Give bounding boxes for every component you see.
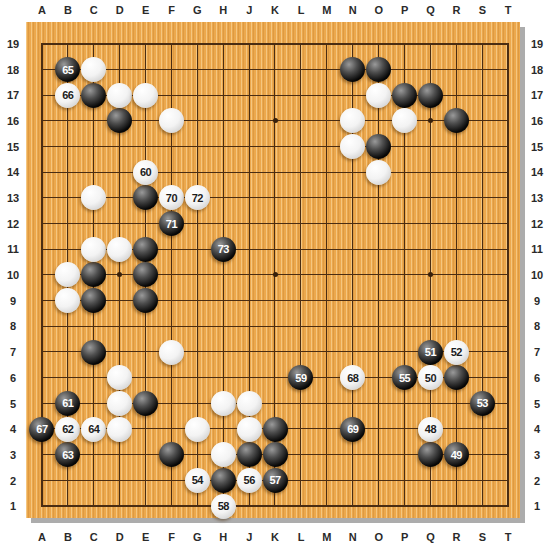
intersection-R11[interactable] xyxy=(443,236,469,262)
intersection-T12[interactable] xyxy=(495,211,521,237)
intersection-T4[interactable] xyxy=(495,416,521,442)
intersection-J19[interactable] xyxy=(236,31,262,57)
intersection-P3[interactable] xyxy=(391,442,417,468)
intersection-H10[interactable] xyxy=(210,262,236,288)
intersection-F8[interactable] xyxy=(158,313,184,339)
intersection-L9[interactable] xyxy=(288,288,314,314)
intersection-O4[interactable] xyxy=(366,416,392,442)
intersection-B16[interactable] xyxy=(55,108,81,134)
intersection-D7[interactable] xyxy=(107,339,133,365)
intersection-G10[interactable] xyxy=(184,262,210,288)
intersection-G12[interactable] xyxy=(184,211,210,237)
intersection-A7[interactable] xyxy=(29,339,55,365)
intersection-A18[interactable] xyxy=(29,57,55,83)
intersection-S14[interactable] xyxy=(469,159,495,185)
intersection-E8[interactable] xyxy=(133,313,159,339)
intersection-T10[interactable] xyxy=(495,262,521,288)
intersection-P5[interactable] xyxy=(391,390,417,416)
intersection-E2[interactable] xyxy=(133,467,159,493)
intersection-T15[interactable] xyxy=(495,134,521,160)
intersection-K5[interactable] xyxy=(262,390,288,416)
intersection-H12[interactable] xyxy=(210,211,236,237)
intersection-C19[interactable] xyxy=(81,31,107,57)
intersection-O5[interactable] xyxy=(366,390,392,416)
intersection-G8[interactable] xyxy=(184,313,210,339)
grid-line-h xyxy=(42,223,55,224)
intersection-E1[interactable] xyxy=(133,493,159,519)
intersection-L2[interactable] xyxy=(288,467,314,493)
intersection-M19[interactable] xyxy=(314,31,340,57)
intersection-N5[interactable] xyxy=(340,390,366,416)
intersection-G6[interactable] xyxy=(184,365,210,391)
intersection-Q13[interactable] xyxy=(417,185,443,211)
intersection-T11[interactable] xyxy=(495,236,521,262)
intersection-N8[interactable] xyxy=(340,313,366,339)
intersection-N14[interactable] xyxy=(340,159,366,185)
intersection-O16[interactable] xyxy=(366,108,392,134)
intersection-R1[interactable] xyxy=(443,493,469,519)
intersection-B12[interactable] xyxy=(55,211,81,237)
intersection-S11[interactable] xyxy=(469,236,495,262)
coord-label-bottom-K: K xyxy=(263,530,287,544)
intersection-T3[interactable] xyxy=(495,442,521,468)
intersection-R2[interactable] xyxy=(443,467,469,493)
intersection-K18[interactable] xyxy=(262,57,288,83)
grid-line-v xyxy=(326,442,327,468)
intersection-C3[interactable] xyxy=(81,442,107,468)
intersection-D13[interactable] xyxy=(107,185,133,211)
intersection-F2[interactable] xyxy=(158,467,184,493)
intersection-A5[interactable] xyxy=(29,390,55,416)
intersection-R13[interactable] xyxy=(443,185,469,211)
intersection-S13[interactable] xyxy=(469,185,495,211)
intersection-H17[interactable] xyxy=(210,82,236,108)
intersection-L8[interactable] xyxy=(288,313,314,339)
intersection-J14[interactable] xyxy=(236,159,262,185)
intersection-N7[interactable] xyxy=(340,339,366,365)
intersection-R4[interactable] xyxy=(443,416,469,442)
intersection-H14[interactable] xyxy=(210,159,236,185)
intersection-R12[interactable] xyxy=(443,211,469,237)
intersection-K12[interactable] xyxy=(262,211,288,237)
intersection-M9[interactable] xyxy=(314,288,340,314)
intersection-K15[interactable] xyxy=(262,134,288,160)
intersection-P2[interactable] xyxy=(391,467,417,493)
intersection-E4[interactable] xyxy=(133,416,159,442)
intersection-P19[interactable] xyxy=(391,31,417,57)
intersection-G1[interactable] xyxy=(184,493,210,519)
grid-line-v xyxy=(404,236,405,262)
intersection-H9[interactable] xyxy=(210,288,236,314)
intersection-G14[interactable] xyxy=(184,159,210,185)
intersection-T7[interactable] xyxy=(495,339,521,365)
intersection-R15[interactable] xyxy=(443,134,469,160)
intersection-B14[interactable] xyxy=(55,159,81,185)
intersection-E15[interactable] xyxy=(133,134,159,160)
intersection-J15[interactable] xyxy=(236,134,262,160)
intersection-O7[interactable] xyxy=(366,339,392,365)
intersection-M8[interactable] xyxy=(314,313,340,339)
intersection-S1[interactable] xyxy=(469,493,495,519)
intersection-M16[interactable] xyxy=(314,108,340,134)
intersection-E16[interactable] xyxy=(133,108,159,134)
intersection-Q8[interactable] xyxy=(417,313,443,339)
intersection-D1[interactable] xyxy=(107,493,133,519)
intersection-O2[interactable] xyxy=(366,467,392,493)
intersection-S3[interactable] xyxy=(469,442,495,468)
intersection-H19[interactable] xyxy=(210,31,236,57)
intersection-R14[interactable] xyxy=(443,159,469,185)
intersection-A2[interactable] xyxy=(29,467,55,493)
intersection-J16[interactable] xyxy=(236,108,262,134)
intersection-A19[interactable] xyxy=(29,31,55,57)
intersection-S4[interactable] xyxy=(469,416,495,442)
intersection-K17[interactable] xyxy=(262,82,288,108)
coord-label-left-4: 4 xyxy=(1,422,25,436)
intersection-Q12[interactable] xyxy=(417,211,443,237)
intersection-O12[interactable] xyxy=(366,211,392,237)
intersection-S17[interactable] xyxy=(469,82,495,108)
intersection-E19[interactable] xyxy=(133,31,159,57)
intersection-M3[interactable] xyxy=(314,442,340,468)
intersection-J9[interactable] xyxy=(236,288,262,314)
intersection-K13[interactable] xyxy=(262,185,288,211)
intersection-Q5[interactable] xyxy=(417,390,443,416)
intersection-R19[interactable] xyxy=(443,31,469,57)
intersection-L11[interactable] xyxy=(288,236,314,262)
intersection-O6[interactable] xyxy=(366,365,392,391)
coord-label-right-12: 12 xyxy=(525,217,549,231)
intersection-J11[interactable] xyxy=(236,236,262,262)
intersection-L13[interactable] xyxy=(288,185,314,211)
intersection-G3[interactable] xyxy=(184,442,210,468)
intersection-R9[interactable] xyxy=(443,288,469,314)
intersection-M5[interactable] xyxy=(314,390,340,416)
intersection-L1[interactable] xyxy=(288,493,314,519)
intersection-A9[interactable] xyxy=(29,288,55,314)
intersection-M1[interactable] xyxy=(314,493,340,519)
intersection-R8[interactable] xyxy=(443,313,469,339)
intersection-L17[interactable] xyxy=(288,82,314,108)
intersection-Q18[interactable] xyxy=(417,57,443,83)
intersection-S16[interactable] xyxy=(469,108,495,134)
intersection-R10[interactable] xyxy=(443,262,469,288)
intersection-D18[interactable] xyxy=(107,57,133,83)
intersection-M7[interactable] xyxy=(314,339,340,365)
intersection-C6[interactable] xyxy=(81,365,107,391)
intersection-A13[interactable] xyxy=(29,185,55,211)
intersection-P12[interactable] xyxy=(391,211,417,237)
intersection-R17[interactable] xyxy=(443,82,469,108)
intersection-A14[interactable] xyxy=(29,159,55,185)
intersection-P14[interactable] xyxy=(391,159,417,185)
intersection-T5[interactable] xyxy=(495,390,521,416)
intersection-D2[interactable] xyxy=(107,467,133,493)
intersection-N19[interactable] xyxy=(340,31,366,57)
intersection-G5[interactable] xyxy=(184,390,210,416)
intersection-T19[interactable] xyxy=(495,31,521,57)
intersection-A8[interactable] xyxy=(29,313,55,339)
intersection-L14[interactable] xyxy=(288,159,314,185)
intersection-T8[interactable] xyxy=(495,313,521,339)
intersection-L7[interactable] xyxy=(288,339,314,365)
intersection-H13[interactable] xyxy=(210,185,236,211)
intersection-L19[interactable] xyxy=(288,31,314,57)
intersection-D8[interactable] xyxy=(107,313,133,339)
intersection-S6[interactable] xyxy=(469,365,495,391)
grid-line-h xyxy=(42,43,55,44)
intersection-N9[interactable] xyxy=(340,288,366,314)
intersection-M12[interactable] xyxy=(314,211,340,237)
intersection-M15[interactable] xyxy=(314,134,340,160)
intersection-C8[interactable] xyxy=(81,313,107,339)
intersection-P1[interactable] xyxy=(391,493,417,519)
intersection-B15[interactable] xyxy=(55,134,81,160)
intersection-G17[interactable] xyxy=(184,82,210,108)
intersection-K14[interactable] xyxy=(262,159,288,185)
intersection-N10[interactable] xyxy=(340,262,366,288)
intersection-K1[interactable] xyxy=(262,493,288,519)
intersection-G15[interactable] xyxy=(184,134,210,160)
intersection-H4[interactable] xyxy=(210,416,236,442)
intersection-C14[interactable] xyxy=(81,159,107,185)
intersection-Q15[interactable] xyxy=(417,134,443,160)
intersection-P4[interactable] xyxy=(391,416,417,442)
intersection-F17[interactable] xyxy=(158,82,184,108)
intersection-N1[interactable] xyxy=(340,493,366,519)
intersection-C2[interactable] xyxy=(81,467,107,493)
intersection-Q1[interactable] xyxy=(417,493,443,519)
intersection-Q9[interactable] xyxy=(417,288,443,314)
intersection-J7[interactable] xyxy=(236,339,262,365)
intersection-J17[interactable] xyxy=(236,82,262,108)
intersection-O10[interactable] xyxy=(366,262,392,288)
intersection-H7[interactable] xyxy=(210,339,236,365)
intersection-G9[interactable] xyxy=(184,288,210,314)
intersection-F11[interactable] xyxy=(158,236,184,262)
intersection-Q2[interactable] xyxy=(417,467,443,493)
intersection-J10[interactable] xyxy=(236,262,262,288)
intersection-L12[interactable] xyxy=(288,211,314,237)
grid-line-v xyxy=(145,44,146,57)
intersection-P11[interactable] xyxy=(391,236,417,262)
intersection-C1[interactable] xyxy=(81,493,107,519)
intersection-T16[interactable] xyxy=(495,108,521,134)
intersection-H8[interactable] xyxy=(210,313,236,339)
intersection-J8[interactable] xyxy=(236,313,262,339)
intersection-D9[interactable] xyxy=(107,288,133,314)
intersection-J12[interactable] xyxy=(236,211,262,237)
intersection-F14[interactable] xyxy=(158,159,184,185)
intersection-A12[interactable] xyxy=(29,211,55,237)
intersection-G11[interactable] xyxy=(184,236,210,262)
intersection-K11[interactable] xyxy=(262,236,288,262)
intersection-M18[interactable] xyxy=(314,57,340,83)
intersection-R18[interactable] xyxy=(443,57,469,83)
intersection-A6[interactable] xyxy=(29,365,55,391)
intersection-F9[interactable] xyxy=(158,288,184,314)
intersection-L4[interactable] xyxy=(288,416,314,442)
intersection-O3[interactable] xyxy=(366,442,392,468)
intersection-L5[interactable] xyxy=(288,390,314,416)
intersection-C15[interactable] xyxy=(81,134,107,160)
intersection-L16[interactable] xyxy=(288,108,314,134)
intersection-N3[interactable] xyxy=(340,442,366,468)
intersection-O1[interactable] xyxy=(366,493,392,519)
grid-line-v xyxy=(482,416,483,442)
intersection-M13[interactable] xyxy=(314,185,340,211)
intersection-E7[interactable] xyxy=(133,339,159,365)
intersection-K7[interactable] xyxy=(262,339,288,365)
intersection-O19[interactable] xyxy=(366,31,392,57)
intersection-K9[interactable] xyxy=(262,288,288,314)
intersection-G7[interactable] xyxy=(184,339,210,365)
intersection-J18[interactable] xyxy=(236,57,262,83)
intersection-S15[interactable] xyxy=(469,134,495,160)
intersection-T17[interactable] xyxy=(495,82,521,108)
intersection-H6[interactable] xyxy=(210,365,236,391)
intersection-P10[interactable] xyxy=(391,262,417,288)
intersection-F5[interactable] xyxy=(158,390,184,416)
intersection-D14[interactable] xyxy=(107,159,133,185)
intersection-M10[interactable] xyxy=(314,262,340,288)
intersection-P13[interactable] xyxy=(391,185,417,211)
intersection-M2[interactable] xyxy=(314,467,340,493)
intersection-K8[interactable] xyxy=(262,313,288,339)
intersection-N12[interactable] xyxy=(340,211,366,237)
intersection-S18[interactable] xyxy=(469,57,495,83)
intersection-P9[interactable] xyxy=(391,288,417,314)
intersection-M4[interactable] xyxy=(314,416,340,442)
intersection-M17[interactable] xyxy=(314,82,340,108)
intersection-S8[interactable] xyxy=(469,313,495,339)
intersection-B11[interactable] xyxy=(55,236,81,262)
intersection-N13[interactable] xyxy=(340,185,366,211)
intersection-H18[interactable] xyxy=(210,57,236,83)
grid-line-v xyxy=(119,57,120,83)
grid-line-h xyxy=(42,377,55,378)
intersection-S10[interactable] xyxy=(469,262,495,288)
intersection-H16[interactable] xyxy=(210,108,236,134)
intersection-G19[interactable] xyxy=(184,31,210,57)
intersection-T13[interactable] xyxy=(495,185,521,211)
intersection-T18[interactable] xyxy=(495,57,521,83)
intersection-T9[interactable] xyxy=(495,288,521,314)
intersection-F4[interactable] xyxy=(158,416,184,442)
intersection-B2[interactable] xyxy=(55,467,81,493)
intersection-M14[interactable] xyxy=(314,159,340,185)
intersection-O13[interactable] xyxy=(366,185,392,211)
intersection-D3[interactable] xyxy=(107,442,133,468)
intersection-C16[interactable] xyxy=(81,108,107,134)
intersection-P15[interactable] xyxy=(391,134,417,160)
intersection-B6[interactable] xyxy=(55,365,81,391)
intersection-G18[interactable] xyxy=(184,57,210,83)
intersection-T2[interactable] xyxy=(495,467,521,493)
intersection-K6[interactable] xyxy=(262,365,288,391)
intersection-F15[interactable] xyxy=(158,134,184,160)
intersection-J13[interactable] xyxy=(236,185,262,211)
intersection-F10[interactable] xyxy=(158,262,184,288)
intersection-E6[interactable] xyxy=(133,365,159,391)
intersection-L10[interactable] xyxy=(288,262,314,288)
intersection-E12[interactable] xyxy=(133,211,159,237)
intersection-L18[interactable] xyxy=(288,57,314,83)
intersection-E18[interactable] xyxy=(133,57,159,83)
intersection-L15[interactable] xyxy=(288,134,314,160)
intersection-C12[interactable] xyxy=(81,211,107,237)
intersection-T1[interactable] xyxy=(495,493,521,519)
intersection-M6[interactable] xyxy=(314,365,340,391)
intersection-N11[interactable] xyxy=(340,236,366,262)
intersection-O11[interactable] xyxy=(366,236,392,262)
intersection-K19[interactable] xyxy=(262,31,288,57)
intersection-F18[interactable] xyxy=(158,57,184,83)
intersection-G16[interactable] xyxy=(184,108,210,134)
intersection-Q11[interactable] xyxy=(417,236,443,262)
intersection-S2[interactable] xyxy=(469,467,495,493)
intersection-Q14[interactable] xyxy=(417,159,443,185)
grid-line-v xyxy=(507,416,508,442)
intersection-P18[interactable] xyxy=(391,57,417,83)
intersection-D15[interactable] xyxy=(107,134,133,160)
intersection-A1[interactable] xyxy=(29,493,55,519)
intersection-B7[interactable] xyxy=(55,339,81,365)
intersection-S19[interactable] xyxy=(469,31,495,57)
intersection-M11[interactable] xyxy=(314,236,340,262)
intersection-H15[interactable] xyxy=(210,134,236,160)
intersection-A15[interactable] xyxy=(29,134,55,160)
intersection-D19[interactable] xyxy=(107,31,133,57)
intersection-B19[interactable] xyxy=(55,31,81,57)
intersection-N17[interactable] xyxy=(340,82,366,108)
intersection-B1[interactable] xyxy=(55,493,81,519)
intersection-T14[interactable] xyxy=(495,159,521,185)
intersection-N2[interactable] xyxy=(340,467,366,493)
intersection-P7[interactable] xyxy=(391,339,417,365)
intersection-S12[interactable] xyxy=(469,211,495,237)
intersection-B13[interactable] xyxy=(55,185,81,211)
intersection-L3[interactable] xyxy=(288,442,314,468)
intersection-S9[interactable] xyxy=(469,288,495,314)
intersection-Q19[interactable] xyxy=(417,31,443,57)
intersection-C5[interactable] xyxy=(81,390,107,416)
intersection-P8[interactable] xyxy=(391,313,417,339)
intersection-E3[interactable] xyxy=(133,442,159,468)
intersection-A3[interactable] xyxy=(29,442,55,468)
intersection-F19[interactable] xyxy=(158,31,184,57)
intersection-F1[interactable] xyxy=(158,493,184,519)
move-number: 63 xyxy=(62,449,73,461)
intersection-A16[interactable] xyxy=(29,108,55,134)
intersection-S7[interactable] xyxy=(469,339,495,365)
intersection-J1[interactable] xyxy=(236,493,262,519)
intersection-A11[interactable] xyxy=(29,236,55,262)
intersection-O9[interactable] xyxy=(366,288,392,314)
intersection-O8[interactable] xyxy=(366,313,392,339)
intersection-A17[interactable] xyxy=(29,82,55,108)
intersection-J6[interactable] xyxy=(236,365,262,391)
intersection-T6[interactable] xyxy=(495,365,521,391)
grid-line-v xyxy=(93,442,94,468)
star-point-K16 xyxy=(273,118,278,123)
intersection-R5[interactable] xyxy=(443,390,469,416)
intersection-A10[interactable] xyxy=(29,262,55,288)
intersection-D12[interactable] xyxy=(107,211,133,237)
intersection-B8[interactable] xyxy=(55,313,81,339)
intersection-F6[interactable] xyxy=(158,365,184,391)
move-number: 51 xyxy=(425,346,436,358)
